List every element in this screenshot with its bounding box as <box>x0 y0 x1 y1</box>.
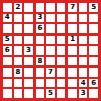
cell-r4c1[interactable]: 5 <box>3 36 12 45</box>
given-digit: 3 <box>81 90 86 97</box>
cell-r4c3[interactable] <box>24 36 33 45</box>
given-digit: 8 <box>15 69 20 76</box>
given-digit: 8 <box>37 58 42 65</box>
cell-r9c2[interactable] <box>14 89 23 98</box>
cell-r4c2[interactable] <box>14 36 23 45</box>
cell-r8c7[interactable] <box>68 79 77 88</box>
cell-r7c9[interactable] <box>89 68 98 77</box>
cell-r5c9[interactable] <box>89 46 98 55</box>
cell-r2c2[interactable] <box>14 14 23 23</box>
cell-r5c5[interactable] <box>46 46 55 55</box>
cell-r3c6[interactable] <box>57 24 66 33</box>
given-digit: 7 <box>70 4 75 11</box>
cell-r5c7[interactable] <box>68 46 77 55</box>
cell-r1c3[interactable] <box>24 3 33 12</box>
cell-r2c4[interactable]: 3 <box>36 14 45 23</box>
cell-r7c3[interactable] <box>24 68 33 77</box>
cell-r1c5[interactable] <box>46 3 55 12</box>
given-digit: 6 <box>91 80 96 87</box>
cell-r6c2[interactable] <box>14 57 23 66</box>
cell-r3c8[interactable] <box>79 24 88 33</box>
cell-r6c9[interactable] <box>89 57 98 66</box>
cell-r8c8[interactable]: 4 <box>79 79 88 88</box>
cell-r1c7[interactable]: 7 <box>68 3 77 12</box>
cell-r9c1[interactable] <box>3 89 12 98</box>
cell-r9c7[interactable] <box>68 89 77 98</box>
cell-r4c9[interactable] <box>89 36 98 45</box>
given-digit: 4 <box>81 80 86 87</box>
cell-r3c3[interactable] <box>24 24 33 33</box>
cell-r8c4[interactable] <box>36 79 45 88</box>
cell-r8c9[interactable]: 6 <box>89 79 98 88</box>
cell-r5c2[interactable] <box>14 46 23 55</box>
cell-r9c9[interactable] <box>89 89 98 98</box>
box-8: 75 <box>36 68 66 98</box>
cell-r8c6[interactable] <box>57 79 66 88</box>
cell-r6c3[interactable] <box>24 57 33 66</box>
cell-r8c5[interactable] <box>46 79 55 88</box>
given-digit: 6 <box>5 47 10 54</box>
cell-r1c9[interactable]: 5 <box>89 3 98 12</box>
cell-r3c9[interactable] <box>89 24 98 33</box>
cell-r5c4[interactable] <box>36 46 45 55</box>
cell-r8c1[interactable] <box>3 79 12 88</box>
cell-r7c5[interactable]: 7 <box>46 68 55 77</box>
box-1: 24 <box>3 3 33 33</box>
cell-r4c4[interactable] <box>36 36 45 45</box>
cell-r2c7[interactable] <box>68 14 77 23</box>
cell-r5c1[interactable]: 6 <box>3 46 12 55</box>
box-6: 1 <box>68 36 98 66</box>
cell-r5c6[interactable] <box>57 46 66 55</box>
given-digit: 6 <box>37 25 42 32</box>
cell-r3c7[interactable] <box>68 24 77 33</box>
cell-r1c4[interactable] <box>36 3 45 12</box>
cell-r2c9[interactable] <box>89 14 98 23</box>
cell-r1c2[interactable]: 2 <box>14 3 23 12</box>
cell-r7c1[interactable] <box>3 68 12 77</box>
box-4: 563 <box>3 36 33 66</box>
given-digit: 4 <box>5 14 10 21</box>
cell-r6c4[interactable]: 8 <box>36 57 45 66</box>
given-digit: 5 <box>91 4 96 11</box>
cell-r4c6[interactable] <box>57 36 66 45</box>
cell-r9c5[interactable]: 5 <box>46 89 55 98</box>
cell-r1c1[interactable] <box>3 3 12 12</box>
cell-r8c3[interactable] <box>24 79 33 88</box>
cell-r5c8[interactable] <box>79 46 88 55</box>
given-digit: 7 <box>48 69 53 76</box>
box-9: 463 <box>68 68 98 98</box>
box-2: 36 <box>36 3 66 33</box>
given-digit: 1 <box>70 36 75 43</box>
given-digit: 5 <box>48 90 53 97</box>
cell-r5c3[interactable]: 3 <box>24 46 33 55</box>
cell-r6c5[interactable] <box>46 57 55 66</box>
box-3: 75 <box>68 3 98 33</box>
given-digit: 2 <box>15 4 20 11</box>
cell-r7c7[interactable] <box>68 68 77 77</box>
cell-r9c4[interactable] <box>36 89 45 98</box>
cell-r4c8[interactable] <box>79 36 88 45</box>
given-digit: 5 <box>5 36 10 43</box>
cell-r9c6[interactable] <box>57 89 66 98</box>
cell-r4c5[interactable] <box>46 36 55 45</box>
cell-r6c1[interactable] <box>3 57 12 66</box>
cell-r1c8[interactable] <box>79 3 88 12</box>
cell-r2c1[interactable]: 4 <box>3 14 12 23</box>
cell-r7c8[interactable] <box>79 68 88 77</box>
cell-r8c2[interactable] <box>14 79 23 88</box>
cell-r4c7[interactable]: 1 <box>68 36 77 45</box>
cell-r2c6[interactable] <box>57 14 66 23</box>
sudoku-board: 24367556381875463 <box>0 0 101 101</box>
box-7: 8 <box>3 68 33 98</box>
cell-r3c2[interactable] <box>14 24 23 33</box>
cell-r7c6[interactable] <box>57 68 66 77</box>
cell-r3c1[interactable] <box>3 24 12 33</box>
cell-r9c3[interactable] <box>24 89 33 98</box>
cell-r3c4[interactable]: 6 <box>36 24 45 33</box>
cell-r2c5[interactable] <box>46 14 55 23</box>
box-5: 8 <box>36 36 66 66</box>
cell-r6c7[interactable] <box>68 57 77 66</box>
given-digit: 3 <box>26 47 31 54</box>
cell-r1c6[interactable] <box>57 3 66 12</box>
cell-r7c2[interactable]: 8 <box>14 68 23 77</box>
cell-r9c8[interactable]: 3 <box>79 89 88 98</box>
cell-r2c8[interactable] <box>79 14 88 23</box>
cell-r7c4[interactable] <box>36 68 45 77</box>
cell-r6c6[interactable] <box>57 57 66 66</box>
cell-r3c5[interactable] <box>46 24 55 33</box>
cell-r6c8[interactable] <box>79 57 88 66</box>
cell-r2c3[interactable] <box>24 14 33 23</box>
given-digit: 3 <box>37 14 42 21</box>
